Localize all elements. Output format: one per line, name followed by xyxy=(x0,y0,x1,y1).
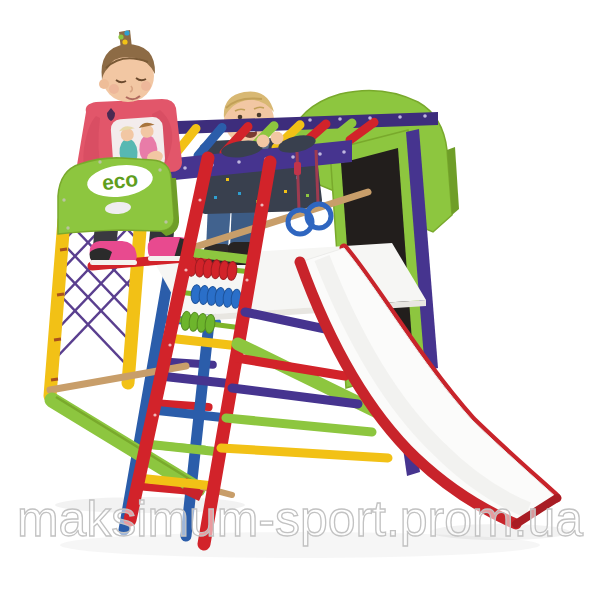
eco-logo-text: eco xyxy=(101,167,140,194)
eco-panel: eco xyxy=(58,158,179,236)
girl-sneaker-left xyxy=(90,241,137,265)
watermark-text: maksimum-sport.prom.ua xyxy=(17,491,583,547)
product-photo: eco xyxy=(0,0,600,600)
play-gym-illustration: eco xyxy=(0,0,600,600)
